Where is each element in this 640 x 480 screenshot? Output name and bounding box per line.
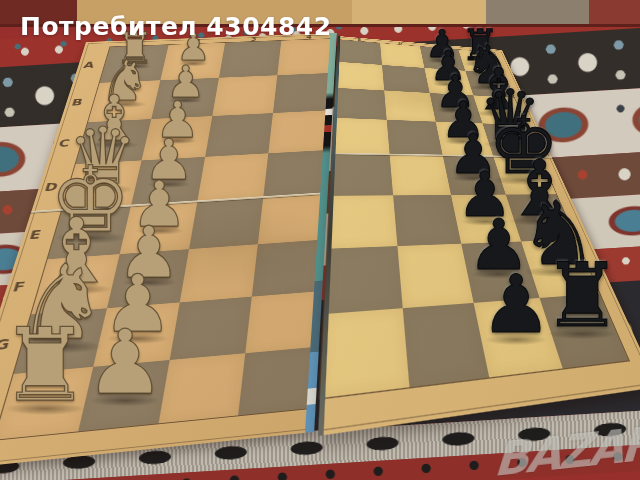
square-b6: [382, 65, 430, 93]
watermark-username: Потребител 4304842: [20, 12, 332, 41]
square-d5: [332, 118, 389, 155]
piece-black-rook-h8: ♜: [543, 252, 622, 340]
square-d4: [263, 150, 329, 197]
square-g3: [170, 296, 252, 359]
square-e4: [257, 193, 326, 245]
square-f5: [327, 196, 397, 249]
square-b5: [335, 62, 383, 90]
square-g6: [397, 243, 474, 308]
photo-scene: ABCDEFGH1234 5678 ♜♞♝♛♚♝♞♜♟♟♟♟♟♟♟♟♟♟♟♟♟♟…: [0, 0, 640, 480]
square-b4: [273, 73, 334, 113]
square-c3: [205, 113, 272, 157]
square-f3: [180, 244, 258, 302]
square-a5: [337, 40, 382, 65]
piece-black-pawn-h7: ♟: [480, 265, 552, 345]
piece-white-pawn-h2: ♟: [85, 318, 165, 407]
square-g5: [324, 246, 402, 314]
rank-label-5: 5: [357, 38, 361, 42]
square-a4: [277, 39, 336, 76]
square-e5: [330, 153, 393, 196]
square-b3: [212, 75, 277, 115]
file-label-a: A: [82, 60, 95, 70]
rank-label-6: 6: [398, 41, 402, 44]
square-e3: [189, 197, 263, 249]
square-c6: [384, 90, 436, 121]
square-a3: [219, 41, 281, 78]
square-f6: [393, 195, 461, 246]
square-d6: [386, 120, 442, 156]
square-h3: [159, 353, 245, 423]
piece-white-rook-h1: ♜: [0, 315, 90, 416]
square-e6: [389, 154, 451, 195]
square-h5: [320, 308, 409, 398]
file-label-b: B: [70, 98, 84, 108]
square-c4: [268, 110, 332, 153]
square-d3: [197, 153, 267, 201]
square-c5: [334, 88, 386, 120]
square-a6: [380, 43, 425, 68]
